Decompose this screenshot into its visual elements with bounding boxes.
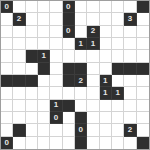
empty-cell-r7c6[interactable] bbox=[75, 87, 87, 99]
empty-cell-r6c11[interactable] bbox=[137, 75, 149, 87]
empty-cell-r2c6[interactable] bbox=[75, 26, 87, 38]
wall-cell-r6c2 bbox=[26, 75, 38, 87]
empty-cell-r0c3[interactable] bbox=[38, 1, 50, 13]
empty-cell-r10c7[interactable] bbox=[87, 124, 99, 136]
empty-cell-r7c5[interactable] bbox=[63, 87, 75, 99]
empty-cell-r3c2[interactable] bbox=[26, 38, 38, 50]
empty-cell-r1c8[interactable] bbox=[100, 13, 112, 25]
clue-cell-r3c7: 1 bbox=[87, 38, 99, 50]
empty-cell-r9c5[interactable] bbox=[63, 112, 75, 124]
wall-cell-r0c11 bbox=[137, 1, 149, 13]
empty-cell-r2c11[interactable] bbox=[137, 26, 149, 38]
clue-number: 1 bbox=[103, 77, 107, 85]
wall-cell-r5c11 bbox=[137, 63, 149, 75]
empty-cell-r10c0[interactable] bbox=[1, 124, 13, 136]
wall-cell-r5c3 bbox=[38, 63, 50, 75]
empty-cell-r3c8[interactable] bbox=[100, 38, 112, 50]
clue-number: 2 bbox=[128, 126, 132, 134]
clue-cell-r6c8: 1 bbox=[100, 75, 112, 87]
empty-cell-r0c8[interactable] bbox=[100, 1, 112, 13]
empty-cell-r2c9[interactable] bbox=[112, 26, 124, 38]
empty-cell-r5c4[interactable] bbox=[50, 63, 62, 75]
clue-number: 1 bbox=[103, 89, 107, 97]
empty-cell-r4c11[interactable] bbox=[137, 50, 149, 62]
empty-cell-r10c5[interactable] bbox=[63, 124, 75, 136]
empty-cell-r8c9[interactable] bbox=[112, 100, 124, 112]
clue-cell-r11c0: 0 bbox=[1, 137, 13, 149]
clue-number: 2 bbox=[78, 77, 82, 85]
clue-cell-r2c5: 0 bbox=[63, 26, 75, 38]
empty-cell-r5c7[interactable] bbox=[87, 63, 99, 75]
empty-cell-r5c8[interactable] bbox=[100, 63, 112, 75]
empty-cell-r0c9[interactable] bbox=[112, 1, 124, 13]
empty-cell-r7c11[interactable] bbox=[137, 87, 149, 99]
akari-board: 002302111211110020 bbox=[0, 0, 150, 150]
clue-number: 1 bbox=[78, 40, 82, 48]
empty-cell-r8c7[interactable] bbox=[87, 100, 99, 112]
empty-cell-r2c2[interactable] bbox=[26, 26, 38, 38]
empty-cell-r4c6[interactable] bbox=[75, 50, 87, 62]
empty-cell-r1c0[interactable] bbox=[1, 13, 13, 25]
empty-cell-r4c7[interactable] bbox=[87, 50, 99, 62]
empty-cell-r7c4[interactable] bbox=[50, 87, 62, 99]
empty-cell-r10c4[interactable] bbox=[50, 124, 62, 136]
empty-cell-r8c0[interactable] bbox=[1, 100, 13, 112]
clue-number: 1 bbox=[115, 89, 119, 97]
empty-cell-r11c7[interactable] bbox=[87, 137, 99, 149]
clue-cell-r0c0: 0 bbox=[1, 1, 13, 13]
wall-cell-r11c6 bbox=[75, 137, 87, 149]
clue-cell-r4c3: 1 bbox=[38, 50, 50, 62]
wall-cell-r5c6 bbox=[75, 63, 87, 75]
empty-cell-r11c2[interactable] bbox=[26, 137, 38, 149]
empty-cell-r9c11[interactable] bbox=[137, 112, 149, 124]
empty-cell-r1c2[interactable] bbox=[26, 13, 38, 25]
wall-cell-r10c1 bbox=[13, 124, 25, 136]
empty-cell-r3c11[interactable] bbox=[137, 38, 149, 50]
clue-cell-r6c6: 2 bbox=[75, 75, 87, 87]
wall-cell-r4c2 bbox=[26, 50, 38, 62]
empty-cell-r1c11[interactable] bbox=[137, 13, 149, 25]
wall-cell-r6c0 bbox=[1, 75, 13, 87]
clue-cell-r8c4: 1 bbox=[50, 100, 62, 112]
wall-cell-r5c5 bbox=[63, 63, 75, 75]
wall-cell-r6c5 bbox=[63, 75, 75, 87]
empty-cell-r4c9[interactable] bbox=[112, 50, 124, 62]
empty-cell-r6c7[interactable] bbox=[87, 75, 99, 87]
clue-cell-r7c8: 1 bbox=[100, 87, 112, 99]
empty-cell-r10c2[interactable] bbox=[26, 124, 38, 136]
wall-cell-r6c1 bbox=[13, 75, 25, 87]
empty-cell-r11c10[interactable] bbox=[124, 137, 136, 149]
clue-number: 1 bbox=[41, 52, 45, 60]
empty-cell-r11c4[interactable] bbox=[50, 137, 62, 149]
empty-cell-r8c2[interactable] bbox=[26, 100, 38, 112]
empty-cell-r3c0[interactable] bbox=[1, 38, 13, 50]
empty-cell-r4c0[interactable] bbox=[1, 50, 13, 62]
empty-cell-r1c9[interactable] bbox=[112, 13, 124, 25]
empty-cell-r0c7[interactable] bbox=[87, 1, 99, 13]
wall-cell-r5c10 bbox=[124, 63, 136, 75]
empty-cell-r7c10[interactable] bbox=[124, 87, 136, 99]
wall-cell-r9c6 bbox=[75, 112, 87, 124]
empty-cell-r2c10[interactable] bbox=[124, 26, 136, 38]
clue-number: 0 bbox=[66, 27, 70, 35]
empty-cell-r4c5[interactable] bbox=[63, 50, 75, 62]
empty-cell-r11c9[interactable] bbox=[112, 137, 124, 149]
clue-cell-r1c1: 2 bbox=[13, 13, 25, 25]
empty-cell-r10c3[interactable] bbox=[38, 124, 50, 136]
empty-cell-r1c4[interactable] bbox=[50, 13, 62, 25]
empty-cell-r0c6[interactable] bbox=[75, 1, 87, 13]
empty-cell-r10c9[interactable] bbox=[112, 124, 124, 136]
wall-cell-r8c5 bbox=[63, 100, 75, 112]
wall-cell-r1c5 bbox=[63, 13, 75, 25]
empty-cell-r9c9[interactable] bbox=[112, 112, 124, 124]
empty-cell-r2c1[interactable] bbox=[13, 26, 25, 38]
clue-number: 0 bbox=[54, 114, 58, 122]
clue-cell-r9c4: 0 bbox=[50, 112, 62, 124]
empty-cell-r9c7[interactable] bbox=[87, 112, 99, 124]
empty-cell-r3c5[interactable] bbox=[63, 38, 75, 50]
clue-cell-r2c7: 2 bbox=[87, 26, 99, 38]
clue-cell-r7c9: 1 bbox=[112, 87, 124, 99]
empty-cell-r8c11[interactable] bbox=[137, 100, 149, 112]
clue-number: 2 bbox=[17, 15, 21, 23]
empty-cell-r9c2[interactable] bbox=[26, 112, 38, 124]
empty-cell-r4c4[interactable] bbox=[50, 50, 62, 62]
empty-cell-r8c1[interactable] bbox=[13, 100, 25, 112]
empty-cell-r9c1[interactable] bbox=[13, 112, 25, 124]
empty-cell-r5c1[interactable] bbox=[13, 63, 25, 75]
empty-cell-r9c0[interactable] bbox=[1, 112, 13, 124]
empty-cell-r7c1[interactable] bbox=[13, 87, 25, 99]
empty-cell-r3c9[interactable] bbox=[112, 38, 124, 50]
empty-cell-r0c1[interactable] bbox=[13, 1, 25, 13]
empty-cell-r3c1[interactable] bbox=[13, 38, 25, 50]
empty-cell-r7c2[interactable] bbox=[26, 87, 38, 99]
clue-number: 2 bbox=[91, 27, 95, 35]
empty-cell-r7c7[interactable] bbox=[87, 87, 99, 99]
empty-cell-r2c0[interactable] bbox=[1, 26, 13, 38]
clue-number: 0 bbox=[4, 139, 8, 147]
empty-cell-r6c4[interactable] bbox=[50, 75, 62, 87]
empty-cell-r4c8[interactable] bbox=[100, 50, 112, 62]
empty-cell-r9c10[interactable] bbox=[124, 112, 136, 124]
empty-cell-r8c10[interactable] bbox=[124, 100, 136, 112]
clue-number: 1 bbox=[91, 40, 95, 48]
clue-cell-r0c5: 0 bbox=[63, 1, 75, 13]
empty-cell-r10c8[interactable] bbox=[100, 124, 112, 136]
empty-cell-r11c1[interactable] bbox=[13, 137, 25, 149]
empty-cell-r1c3[interactable] bbox=[38, 13, 50, 25]
empty-cell-r0c2[interactable] bbox=[26, 1, 38, 13]
empty-cell-r8c8[interactable] bbox=[100, 100, 112, 112]
clue-cell-r1c10: 3 bbox=[124, 13, 136, 25]
empty-cell-r3c3[interactable] bbox=[38, 38, 50, 50]
empty-cell-r6c10[interactable] bbox=[124, 75, 136, 87]
empty-cell-r0c10[interactable] bbox=[124, 1, 136, 13]
wall-cell-r11c11 bbox=[137, 137, 149, 149]
clue-cell-r3c6: 1 bbox=[75, 38, 87, 50]
empty-cell-r5c2[interactable] bbox=[26, 63, 38, 75]
empty-cell-r6c3[interactable] bbox=[38, 75, 50, 87]
empty-cell-r8c6[interactable] bbox=[75, 100, 87, 112]
empty-cell-r9c8[interactable] bbox=[100, 112, 112, 124]
empty-cell-r10c11[interactable] bbox=[137, 124, 149, 136]
wall-cell-r5c9 bbox=[112, 63, 124, 75]
empty-cell-r7c3[interactable] bbox=[38, 87, 50, 99]
empty-cell-r11c8[interactable] bbox=[100, 137, 112, 149]
clue-cell-r10c10: 2 bbox=[124, 124, 136, 136]
empty-cell-r7c0[interactable] bbox=[1, 87, 13, 99]
clue-number: 0 bbox=[78, 126, 82, 134]
empty-cell-r2c8[interactable] bbox=[100, 26, 112, 38]
empty-cell-r3c4[interactable] bbox=[50, 38, 62, 50]
empty-cell-r3c10[interactable] bbox=[124, 38, 136, 50]
empty-cell-r2c4[interactable] bbox=[50, 26, 62, 38]
empty-cell-r5c0[interactable] bbox=[1, 63, 13, 75]
empty-cell-r4c10[interactable] bbox=[124, 50, 136, 62]
clue-number: 3 bbox=[128, 15, 132, 23]
empty-cell-r1c7[interactable] bbox=[87, 13, 99, 25]
empty-cell-r0c4[interactable] bbox=[50, 1, 62, 13]
empty-cell-r6c9[interactable] bbox=[112, 75, 124, 87]
empty-cell-r8c3[interactable] bbox=[38, 100, 50, 112]
empty-cell-r2c3[interactable] bbox=[38, 26, 50, 38]
clue-number: 1 bbox=[54, 101, 58, 109]
empty-cell-r11c3[interactable] bbox=[38, 137, 50, 149]
clue-cell-r10c6: 0 bbox=[75, 124, 87, 136]
empty-cell-r9c3[interactable] bbox=[38, 112, 50, 124]
clue-number: 0 bbox=[4, 3, 8, 11]
empty-cell-r4c1[interactable] bbox=[13, 50, 25, 62]
empty-cell-r11c5[interactable] bbox=[63, 137, 75, 149]
clue-number: 0 bbox=[66, 3, 70, 11]
empty-cell-r1c6[interactable] bbox=[75, 13, 87, 25]
